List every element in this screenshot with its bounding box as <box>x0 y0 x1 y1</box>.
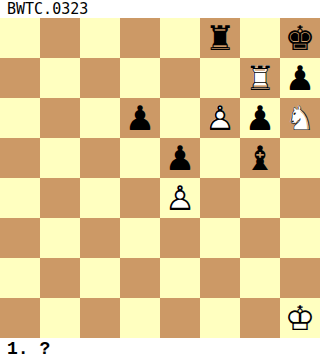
square-e7[interactable] <box>160 58 200 98</box>
square-b3[interactable] <box>40 218 80 258</box>
square-g3[interactable] <box>240 218 280 258</box>
square-f8[interactable]: ♜ <box>200 18 240 58</box>
square-c7[interactable] <box>80 58 120 98</box>
square-h3[interactable] <box>280 218 320 258</box>
square-h7[interactable]: ♟ <box>280 58 320 98</box>
square-e1[interactable] <box>160 298 200 338</box>
square-f5[interactable] <box>200 138 240 178</box>
square-d6[interactable]: ♟ <box>120 98 160 138</box>
square-c3[interactable] <box>80 218 120 258</box>
square-g4[interactable] <box>240 178 280 218</box>
white-pawn[interactable]: ♟♙ <box>200 98 240 138</box>
square-a2[interactable] <box>0 258 40 298</box>
square-b7[interactable] <box>40 58 80 98</box>
square-f6[interactable]: ♟♙ <box>200 98 240 138</box>
square-c8[interactable] <box>80 18 120 58</box>
square-f4[interactable] <box>200 178 240 218</box>
square-c2[interactable] <box>80 258 120 298</box>
square-e6[interactable] <box>160 98 200 138</box>
chess-board[interactable]: ♜♚♜♖♟♟♟♙♟♞♘♟♝♟♙♚♔ <box>0 18 320 338</box>
square-b1[interactable] <box>40 298 80 338</box>
square-f3[interactable] <box>200 218 240 258</box>
square-c6[interactable] <box>80 98 120 138</box>
chess-program-window: BWTC.0323 ♜♚♜♖♟♟♟♙♟♞♘♟♝♟♙♚♔ 1. ? <box>0 0 320 360</box>
black-rook[interactable]: ♜ <box>200 18 240 58</box>
square-e5[interactable]: ♟ <box>160 138 200 178</box>
square-b6[interactable] <box>40 98 80 138</box>
black-bishop[interactable]: ♝ <box>240 138 280 178</box>
square-g5[interactable]: ♝ <box>240 138 280 178</box>
square-d7[interactable] <box>120 58 160 98</box>
square-e3[interactable] <box>160 218 200 258</box>
square-b4[interactable] <box>40 178 80 218</box>
status-bar: 1. ? <box>0 338 320 360</box>
move-prompt: 1. ? <box>7 339 50 359</box>
square-g6[interactable]: ♟ <box>240 98 280 138</box>
square-a3[interactable] <box>0 218 40 258</box>
square-d3[interactable] <box>120 218 160 258</box>
black-king[interactable]: ♚ <box>280 18 320 58</box>
square-e2[interactable] <box>160 258 200 298</box>
white-knight[interactable]: ♞♘ <box>280 98 320 138</box>
square-b8[interactable] <box>40 18 80 58</box>
square-h2[interactable] <box>280 258 320 298</box>
square-a7[interactable] <box>0 58 40 98</box>
square-g7[interactable]: ♜♖ <box>240 58 280 98</box>
square-g1[interactable] <box>240 298 280 338</box>
square-d4[interactable] <box>120 178 160 218</box>
white-king-outline: ♔ <box>280 298 320 338</box>
square-c4[interactable] <box>80 178 120 218</box>
square-d2[interactable] <box>120 258 160 298</box>
white-rook-outline: ♖ <box>240 58 280 98</box>
square-h4[interactable] <box>280 178 320 218</box>
square-f7[interactable] <box>200 58 240 98</box>
white-knight-outline: ♘ <box>280 98 320 138</box>
square-a6[interactable] <box>0 98 40 138</box>
square-a8[interactable] <box>0 18 40 58</box>
square-c5[interactable] <box>80 138 120 178</box>
square-e8[interactable] <box>160 18 200 58</box>
square-a1[interactable] <box>0 298 40 338</box>
white-rook[interactable]: ♜♖ <box>240 58 280 98</box>
square-g2[interactable] <box>240 258 280 298</box>
black-pawn[interactable]: ♟ <box>240 98 280 138</box>
white-pawn[interactable]: ♟♙ <box>160 178 200 218</box>
square-h5[interactable] <box>280 138 320 178</box>
title-bar: BWTC.0323 <box>0 0 320 18</box>
square-c1[interactable] <box>80 298 120 338</box>
black-pawn[interactable]: ♟ <box>280 58 320 98</box>
square-d1[interactable] <box>120 298 160 338</box>
black-pawn[interactable]: ♟ <box>160 138 200 178</box>
square-h6[interactable]: ♞♘ <box>280 98 320 138</box>
square-d8[interactable] <box>120 18 160 58</box>
square-f1[interactable] <box>200 298 240 338</box>
square-d5[interactable] <box>120 138 160 178</box>
square-e4[interactable]: ♟♙ <box>160 178 200 218</box>
square-b5[interactable] <box>40 138 80 178</box>
puzzle-id-label: BWTC.0323 <box>7 0 88 18</box>
white-pawn-outline: ♙ <box>200 98 240 138</box>
square-f2[interactable] <box>200 258 240 298</box>
square-h1[interactable]: ♚♔ <box>280 298 320 338</box>
white-pawn-outline: ♙ <box>160 178 200 218</box>
black-pawn[interactable]: ♟ <box>120 98 160 138</box>
square-a5[interactable] <box>0 138 40 178</box>
square-b2[interactable] <box>40 258 80 298</box>
white-king[interactable]: ♚♔ <box>280 298 320 338</box>
square-h8[interactable]: ♚ <box>280 18 320 58</box>
square-a4[interactable] <box>0 178 40 218</box>
square-g8[interactable] <box>240 18 280 58</box>
